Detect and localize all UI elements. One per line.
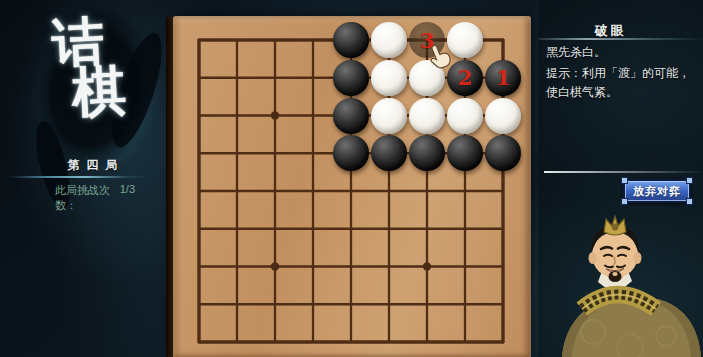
stone-white: [447, 98, 483, 134]
stone-white: [371, 60, 407, 96]
board-side-bevel: [166, 17, 173, 357]
puzzle-hint: 提示：利用「渡」的可能，使白棋气紧。: [546, 64, 698, 101]
button-corner-ornament: [686, 198, 693, 205]
resign-button[interactable]: 放弃对弈: [623, 179, 691, 203]
stone-black: 1: [485, 60, 521, 96]
round-label: 第四局: [0, 157, 185, 174]
move-number: 1: [496, 67, 511, 88]
stone-black: [333, 22, 369, 58]
stone-black: [409, 135, 445, 171]
pending-stone[interactable]: 3: [409, 22, 445, 58]
star-point: [271, 111, 279, 119]
stone-white: [371, 98, 407, 134]
resign-button-label: 放弃对弈: [633, 184, 681, 199]
sidebar: 诘 棋 第四局 此局挑战次数： 1/3: [0, 0, 165, 357]
emperor-character-portrait: [560, 210, 703, 357]
star-point: [271, 262, 279, 270]
sidebar-divider: [8, 176, 148, 178]
logo-calligraphy-char-2: 棋: [71, 63, 128, 120]
stone-black: [485, 135, 521, 171]
stone-white: [447, 22, 483, 58]
puzzle-objective: 黑先杀白。: [546, 43, 698, 61]
stone-black: [333, 135, 369, 171]
stone-black: 2: [447, 60, 483, 96]
button-corner-ornament: [621, 177, 628, 184]
button-corner-ornament: [621, 198, 628, 205]
stone-black: [447, 135, 483, 171]
star-point: [423, 262, 431, 270]
stone-black: [371, 135, 407, 171]
stone-black: [333, 60, 369, 96]
stone-white: [409, 98, 445, 134]
game-screen: 诘 棋 第四局 此局挑战次数： 1/3 213 破眼 黑先杀白。 提示：利用「渡…: [0, 0, 703, 357]
move-number: 2: [458, 67, 473, 88]
title-divider: [538, 38, 703, 40]
move-number: 3: [420, 30, 435, 51]
go-board[interactable]: 213: [173, 16, 531, 357]
button-corner-ornament: [686, 177, 693, 184]
attempts-label: 此局挑战次数：: [55, 183, 120, 213]
button-divider: [544, 171, 703, 173]
attempts-counter: 此局挑战次数： 1/3: [55, 183, 135, 213]
stone-white: [409, 60, 445, 96]
attempts-value: 1/3: [120, 183, 135, 213]
stone-white: [485, 98, 521, 134]
stone-black: [333, 98, 369, 134]
stone-white: [371, 22, 407, 58]
